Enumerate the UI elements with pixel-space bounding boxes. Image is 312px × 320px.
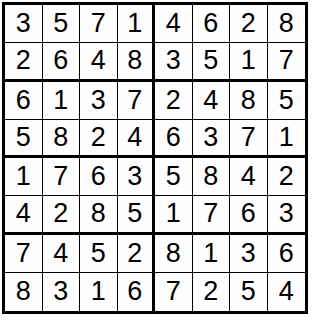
cell-r7c5: 8 [155, 235, 193, 273]
cell-r2c1: 2 [5, 43, 43, 81]
cell-r7c1: 7 [5, 235, 43, 273]
cell-r4c1: 5 [5, 120, 43, 158]
cell-r1c2: 5 [43, 5, 81, 43]
cell-r5c3: 6 [80, 158, 118, 196]
cell-r3c1: 6 [5, 82, 43, 120]
cell-r2c2: 6 [43, 43, 81, 81]
cell-r7c8: 6 [268, 235, 306, 273]
cell-r1c8: 8 [268, 5, 306, 43]
cell-r3c8: 5 [268, 82, 306, 120]
cell-r8c8: 4 [268, 273, 306, 311]
cell-r1c6: 6 [193, 5, 231, 43]
cell-r6c7: 6 [230, 196, 268, 234]
cell-r8c3: 1 [80, 273, 118, 311]
cell-r6c8: 3 [268, 196, 306, 234]
cell-r2c5: 3 [155, 43, 193, 81]
cell-r1c1: 3 [5, 5, 43, 43]
cell-r4c7: 7 [230, 120, 268, 158]
cell-r3c2: 1 [43, 82, 81, 120]
cell-r2c4: 8 [118, 43, 156, 81]
cell-r3c7: 8 [230, 82, 268, 120]
cell-r8c7: 5 [230, 273, 268, 311]
cell-r6c4: 5 [118, 196, 156, 234]
cell-r5c8: 2 [268, 158, 306, 196]
cell-r5c6: 8 [193, 158, 231, 196]
cell-r4c8: 1 [268, 120, 306, 158]
cell-r4c2: 8 [43, 120, 81, 158]
cell-r6c6: 7 [193, 196, 231, 234]
cell-r8c2: 3 [43, 273, 81, 311]
cell-r7c6: 1 [193, 235, 231, 273]
cell-r1c4: 1 [118, 5, 156, 43]
cell-r6c1: 4 [5, 196, 43, 234]
cell-r8c1: 8 [5, 273, 43, 311]
cell-r4c5: 6 [155, 120, 193, 158]
cell-r2c7: 1 [230, 43, 268, 81]
cell-r1c5: 4 [155, 5, 193, 43]
cell-r6c2: 2 [43, 196, 81, 234]
cell-r5c2: 7 [43, 158, 81, 196]
cell-r8c4: 6 [118, 273, 156, 311]
cell-r3c3: 3 [80, 82, 118, 120]
cell-r4c4: 4 [118, 120, 156, 158]
cell-r6c5: 1 [155, 196, 193, 234]
cell-r4c3: 2 [80, 120, 118, 158]
cell-r5c5: 5 [155, 158, 193, 196]
cell-r4c6: 3 [193, 120, 231, 158]
cell-r3c4: 7 [118, 82, 156, 120]
cell-r5c7: 4 [230, 158, 268, 196]
cell-r5c4: 3 [118, 158, 156, 196]
cell-r2c8: 7 [268, 43, 306, 81]
sudoku-board: 3571462826483517613724855824637117635842… [2, 2, 308, 314]
cell-r1c7: 2 [230, 5, 268, 43]
cell-r1c3: 7 [80, 5, 118, 43]
cell-r3c6: 4 [193, 82, 231, 120]
cell-r6c3: 8 [80, 196, 118, 234]
cell-r7c2: 4 [43, 235, 81, 273]
cell-r7c4: 2 [118, 235, 156, 273]
cell-r2c6: 5 [193, 43, 231, 81]
cell-r2c3: 4 [80, 43, 118, 81]
cell-r5c1: 1 [5, 158, 43, 196]
cell-r7c3: 5 [80, 235, 118, 273]
cell-r3c5: 2 [155, 82, 193, 120]
cell-r8c5: 7 [155, 273, 193, 311]
cell-r8c6: 2 [193, 273, 231, 311]
cell-r7c7: 3 [230, 235, 268, 273]
